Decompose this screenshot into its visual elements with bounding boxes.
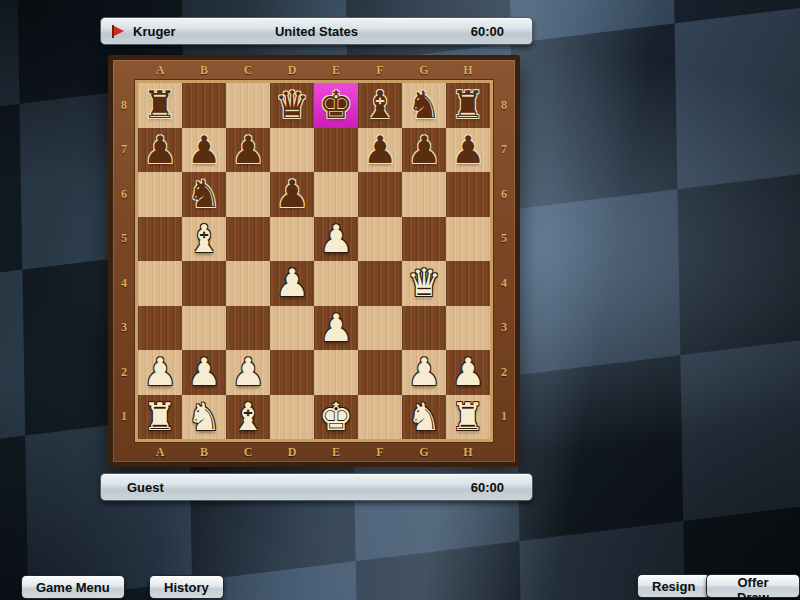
square-e3[interactable]: ♟ <box>314 306 358 351</box>
square-a1[interactable]: ♜ <box>138 395 182 440</box>
black-pawn: ♟ <box>451 128 485 172</box>
white-pawn: ♟ <box>143 350 177 394</box>
square-d7[interactable] <box>270 128 314 173</box>
square-e4[interactable] <box>314 261 358 306</box>
flag-icon <box>112 25 125 38</box>
black-king: ♚ <box>319 83 353 127</box>
square-c2[interactable]: ♟ <box>226 350 270 395</box>
square-f2[interactable] <box>358 350 402 395</box>
board-label-h-bottom: H <box>463 445 472 460</box>
board-squares: ♜♛♚♝♞♜♟♟♟♟♟♟♞♟♝♟♟♛♟♟♟♟♟♟♜♞♝♚♞♜ <box>135 80 493 442</box>
square-e5[interactable]: ♟ <box>314 217 358 262</box>
board-label-6-right: 6 <box>501 187 507 202</box>
square-a3[interactable] <box>138 306 182 351</box>
square-d6[interactable]: ♟ <box>270 172 314 217</box>
board-label-b-bottom: B <box>200 445 208 460</box>
square-d5[interactable] <box>270 217 314 262</box>
white-rook: ♜ <box>451 395 485 439</box>
square-f7[interactable]: ♟ <box>358 128 402 173</box>
white-bishop: ♝ <box>187 217 221 261</box>
board-label-d-top: D <box>288 63 297 78</box>
square-h4[interactable] <box>446 261 490 306</box>
square-e6[interactable] <box>314 172 358 217</box>
board-label-c-bottom: C <box>244 445 253 460</box>
square-h3[interactable] <box>446 306 490 351</box>
black-pawn: ♟ <box>363 128 397 172</box>
square-e7[interactable] <box>314 128 358 173</box>
board-label-5-left: 5 <box>121 231 127 246</box>
square-g8[interactable]: ♞ <box>402 83 446 128</box>
board-label-d-bottom: D <box>288 445 297 460</box>
square-b4[interactable] <box>182 261 226 306</box>
square-d4[interactable]: ♟ <box>270 261 314 306</box>
white-rook: ♜ <box>143 395 177 439</box>
square-f6[interactable] <box>358 172 402 217</box>
black-pawn: ♟ <box>407 128 441 172</box>
square-a8[interactable]: ♜ <box>138 83 182 128</box>
board-label-2-left: 2 <box>121 365 127 380</box>
white-pawn: ♟ <box>187 350 221 394</box>
opponent-bar: Kruger United States 60:00 <box>100 17 533 45</box>
square-b1[interactable]: ♞ <box>182 395 226 440</box>
board-label-f-top: F <box>376 63 383 78</box>
board-label-g-bottom: G <box>419 445 428 460</box>
square-d2[interactable] <box>270 350 314 395</box>
white-bishop: ♝ <box>231 395 265 439</box>
rank-labels-left: 87654321 <box>113 80 135 442</box>
square-h8[interactable]: ♜ <box>446 83 490 128</box>
black-pawn: ♟ <box>187 128 221 172</box>
square-d3[interactable] <box>270 306 314 351</box>
board-label-g-top: G <box>419 63 428 78</box>
player-clock: 60:00 <box>471 480 504 495</box>
board-label-4-right: 4 <box>501 276 507 291</box>
resign-button[interactable]: Resign <box>637 574 710 598</box>
square-e1[interactable]: ♚ <box>314 395 358 440</box>
board-label-8-right: 8 <box>501 98 507 113</box>
board-label-6-left: 6 <box>121 187 127 202</box>
square-b2[interactable]: ♟ <box>182 350 226 395</box>
square-c8[interactable] <box>226 83 270 128</box>
rank-labels-right: 87654321 <box>493 80 515 442</box>
square-g6[interactable] <box>402 172 446 217</box>
board-label-f-bottom: F <box>376 445 383 460</box>
square-f8[interactable]: ♝ <box>358 83 402 128</box>
square-f4[interactable] <box>358 261 402 306</box>
board-label-c-top: C <box>244 63 253 78</box>
square-g4[interactable]: ♛ <box>402 261 446 306</box>
offer-draw-button[interactable]: Offer Draw <box>706 574 800 598</box>
board-label-e-bottom: E <box>332 445 340 460</box>
board-label-3-left: 3 <box>121 320 127 335</box>
white-king: ♚ <box>319 395 353 439</box>
board-label-a-bottom: A <box>156 445 165 460</box>
board-label-8-left: 8 <box>121 98 127 113</box>
white-pawn: ♟ <box>319 217 353 261</box>
opponent-name: Kruger <box>133 24 176 39</box>
white-pawn: ♟ <box>275 261 309 305</box>
game-menu-button[interactable]: Game Menu <box>21 575 125 599</box>
square-c5[interactable] <box>226 217 270 262</box>
chess-board: ABCDEFGH 87654321 ♜♛♚♝♞♜♟♟♟♟♟♟♞♟♝♟♟♛♟♟♟♟… <box>108 55 520 467</box>
black-rook: ♜ <box>451 83 485 127</box>
square-a2[interactable]: ♟ <box>138 350 182 395</box>
square-a4[interactable] <box>138 261 182 306</box>
square-b8[interactable] <box>182 83 226 128</box>
board-label-5-right: 5 <box>501 231 507 246</box>
black-pawn: ♟ <box>231 128 265 172</box>
board-label-2-right: 2 <box>501 365 507 380</box>
board-label-4-left: 4 <box>121 276 127 291</box>
board-label-3-right: 3 <box>501 320 507 335</box>
square-b7[interactable]: ♟ <box>182 128 226 173</box>
square-b5[interactable]: ♝ <box>182 217 226 262</box>
board-label-7-left: 7 <box>121 142 127 157</box>
board-label-h-top: H <box>463 63 472 78</box>
square-c3[interactable] <box>226 306 270 351</box>
square-h6[interactable] <box>446 172 490 217</box>
white-queen: ♛ <box>407 261 441 305</box>
black-queen: ♛ <box>275 83 309 127</box>
file-labels-top: ABCDEFGH <box>135 60 493 80</box>
square-e8[interactable]: ♚ <box>314 83 358 128</box>
white-pawn: ♟ <box>319 306 353 350</box>
square-b6[interactable]: ♞ <box>182 172 226 217</box>
board-label-7-right: 7 <box>501 142 507 157</box>
white-knight: ♞ <box>407 395 441 439</box>
black-knight: ♞ <box>187 172 221 216</box>
board-label-e-top: E <box>332 63 340 78</box>
file-labels-bottom: ABCDEFGH <box>135 442 493 462</box>
board-frame: ABCDEFGH 87654321 ♜♛♚♝♞♜♟♟♟♟♟♟♞♟♝♟♟♛♟♟♟♟… <box>113 60 515 462</box>
square-f3[interactable] <box>358 306 402 351</box>
square-c4[interactable] <box>226 261 270 306</box>
white-knight: ♞ <box>187 395 221 439</box>
square-a6[interactable] <box>138 172 182 217</box>
square-h7[interactable]: ♟ <box>446 128 490 173</box>
square-c6[interactable] <box>226 172 270 217</box>
player-name: Guest <box>127 480 164 495</box>
white-pawn: ♟ <box>407 350 441 394</box>
square-b3[interactable] <box>182 306 226 351</box>
square-g5[interactable] <box>402 217 446 262</box>
white-pawn: ♟ <box>451 350 485 394</box>
square-c1[interactable]: ♝ <box>226 395 270 440</box>
square-h2[interactable]: ♟ <box>446 350 490 395</box>
black-pawn: ♟ <box>275 172 309 216</box>
board-label-1-right: 1 <box>501 409 507 424</box>
board-label-b-top: B <box>200 63 208 78</box>
board-label-1-left: 1 <box>121 409 127 424</box>
game-scene: Kruger United States 60:00 ABCDEFGH 8765… <box>0 0 800 600</box>
square-h1[interactable]: ♜ <box>446 395 490 440</box>
square-a7[interactable]: ♟ <box>138 128 182 173</box>
opponent-clock: 60:00 <box>471 24 504 39</box>
player-bar: Guest 60:00 <box>100 473 533 501</box>
black-pawn: ♟ <box>143 128 177 172</box>
square-g1[interactable]: ♞ <box>402 395 446 440</box>
black-knight: ♞ <box>407 83 441 127</box>
square-c7[interactable]: ♟ <box>226 128 270 173</box>
board-label-a-top: A <box>156 63 165 78</box>
square-g2[interactable]: ♟ <box>402 350 446 395</box>
white-pawn: ♟ <box>231 350 265 394</box>
square-d8[interactable]: ♛ <box>270 83 314 128</box>
square-d1[interactable] <box>270 395 314 440</box>
history-button[interactable]: History <box>149 575 224 599</box>
black-rook: ♜ <box>143 83 177 127</box>
square-a5[interactable] <box>138 217 182 262</box>
opponent-country: United States <box>275 24 358 39</box>
square-e2[interactable] <box>314 350 358 395</box>
square-f1[interactable] <box>358 395 402 440</box>
square-g3[interactable] <box>402 306 446 351</box>
black-bishop: ♝ <box>363 83 397 127</box>
square-g7[interactable]: ♟ <box>402 128 446 173</box>
square-f5[interactable] <box>358 217 402 262</box>
square-h5[interactable] <box>446 217 490 262</box>
